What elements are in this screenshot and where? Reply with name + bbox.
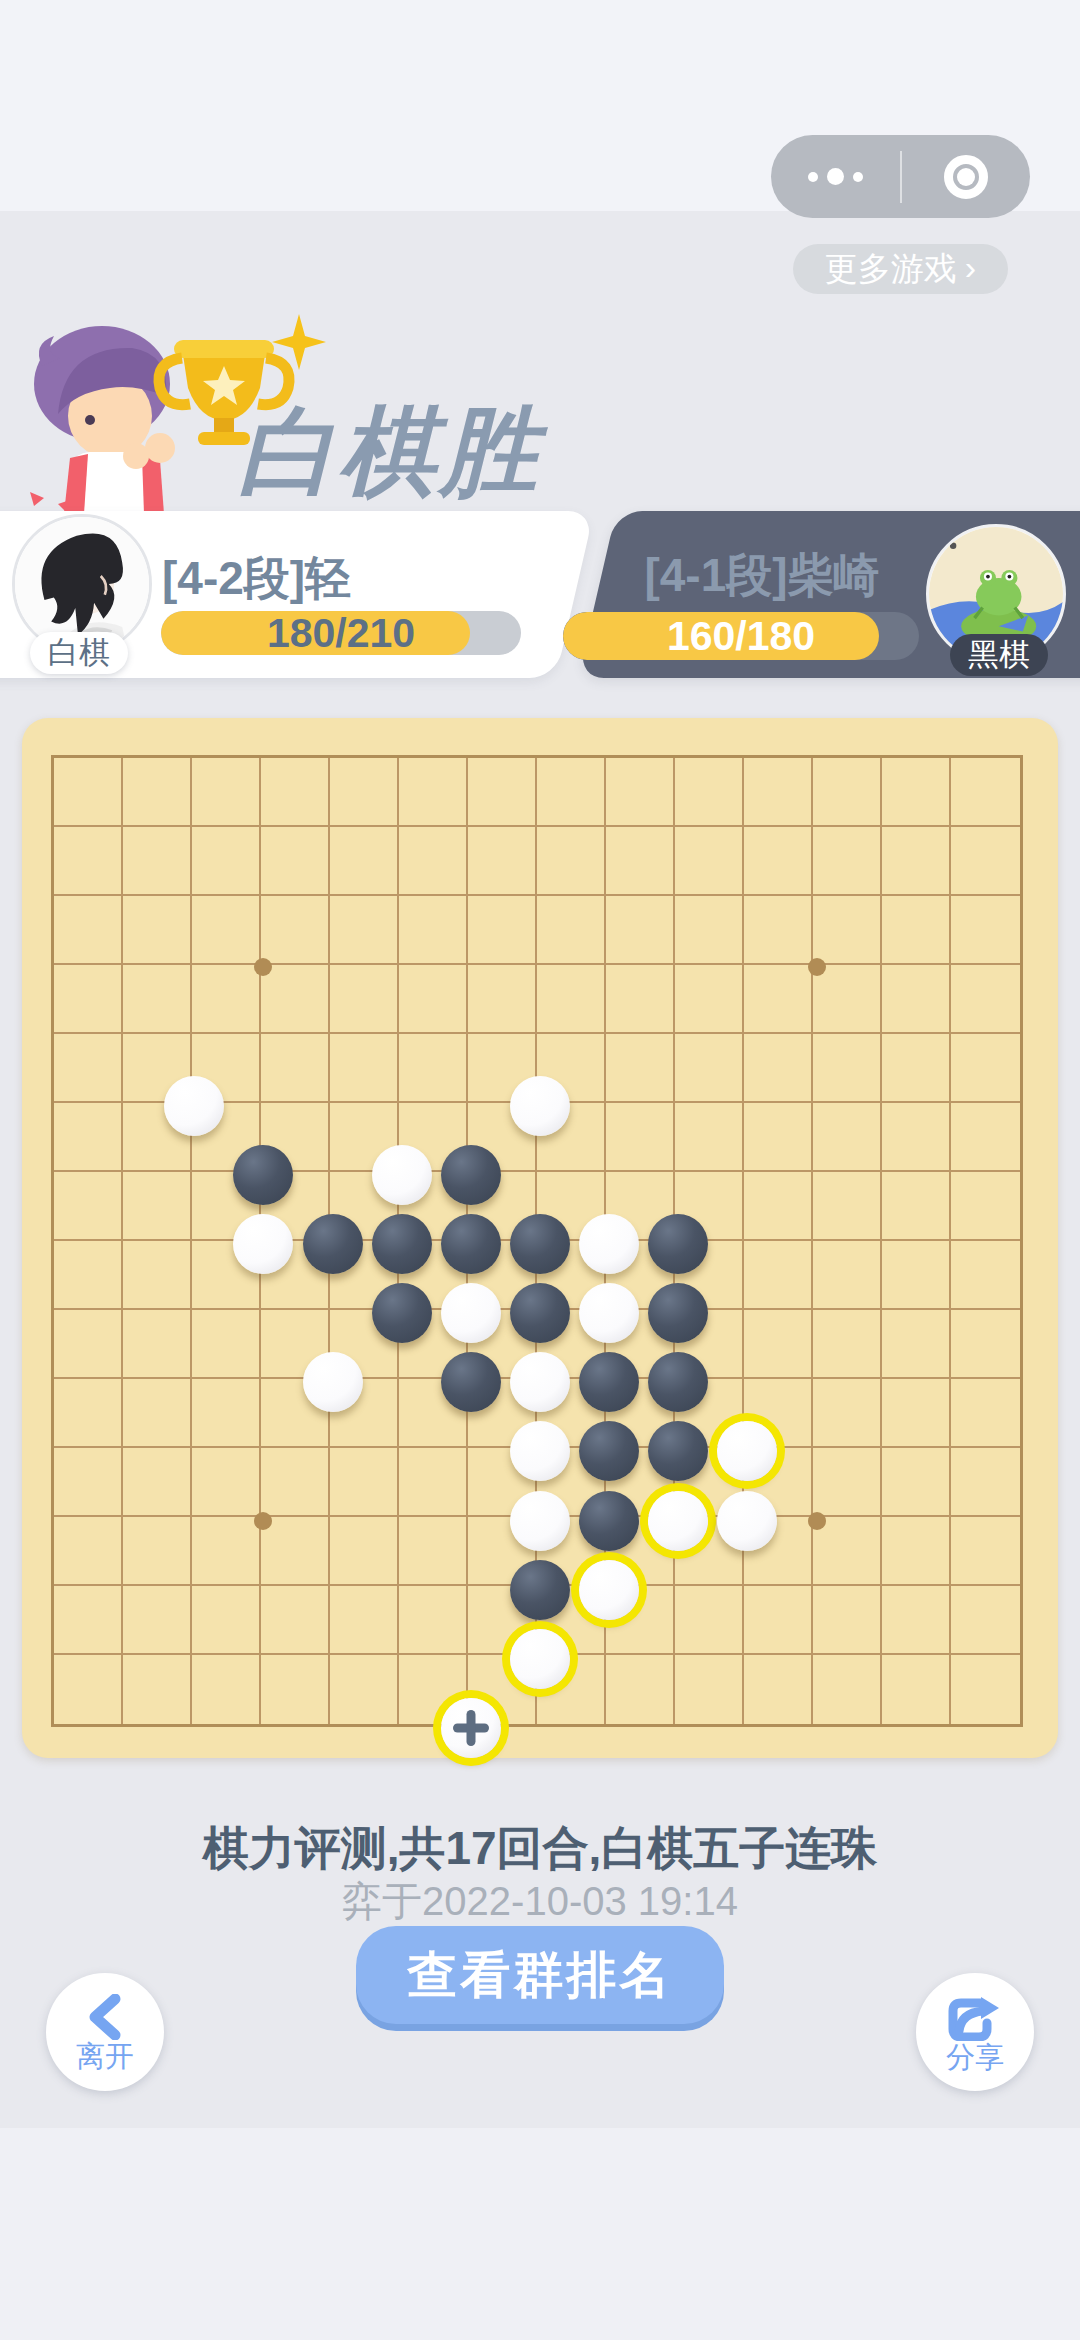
board-cell <box>123 1172 192 1241</box>
black-stone <box>648 1214 708 1274</box>
board-cell <box>813 1586 882 1655</box>
board-cell <box>606 1103 675 1172</box>
board-cell <box>882 1517 951 1586</box>
board-cell <box>813 758 882 827</box>
chevron-left-icon <box>85 1994 125 2040</box>
board-cell <box>813 965 882 1034</box>
board-cell <box>606 896 675 965</box>
board-cell <box>261 758 330 827</box>
board-cell <box>123 1655 192 1724</box>
more-games-button[interactable]: 更多游戏 › <box>793 244 1008 294</box>
board-cell <box>123 827 192 896</box>
board-cell <box>744 1241 813 1310</box>
board-cell <box>54 1103 123 1172</box>
board-cell <box>123 965 192 1034</box>
board-cell <box>744 965 813 1034</box>
board-cell <box>54 1517 123 1586</box>
board-cell <box>468 827 537 896</box>
white-stone <box>164 1076 224 1136</box>
black-progress-bar: 160/180 <box>563 612 919 660</box>
board-cell <box>54 1310 123 1379</box>
black-stone <box>510 1560 570 1620</box>
white-stone <box>510 1076 570 1136</box>
board-cell <box>813 1310 882 1379</box>
board-cell <box>882 1586 951 1655</box>
board-cell <box>951 1655 1020 1724</box>
white-stone <box>510 1421 570 1481</box>
board-cell <box>330 965 399 1034</box>
board-cell <box>537 758 606 827</box>
black-stone <box>372 1214 432 1274</box>
game-date-text: 弈于2022-10-03 19:14 <box>0 1874 1080 1929</box>
board-cell <box>261 1586 330 1655</box>
board-cell <box>882 1103 951 1172</box>
view-group-ranking-button[interactable]: 查看群排名 <box>356 1926 724 2024</box>
board-cell <box>54 827 123 896</box>
board-cell <box>951 1172 1020 1241</box>
board-cell <box>675 1103 744 1172</box>
board-cell <box>606 965 675 1034</box>
board-cell <box>882 1310 951 1379</box>
board-cell <box>813 1448 882 1517</box>
board-cell <box>399 1517 468 1586</box>
white-stone <box>510 1491 570 1551</box>
board-cell <box>192 758 261 827</box>
star-point <box>808 1512 826 1530</box>
ellipsis-icon <box>808 172 818 182</box>
board-cell <box>468 758 537 827</box>
black-score: 160/180 <box>563 612 919 660</box>
board-cell <box>813 1379 882 1448</box>
board-cell <box>399 1586 468 1655</box>
board-cell <box>813 1655 882 1724</box>
board-cell <box>54 1448 123 1517</box>
board-cell <box>192 1448 261 1517</box>
black-stone <box>579 1352 639 1412</box>
black-player-name: [4-1段]柴崎 <box>597 545 927 607</box>
white-score: 180/210 <box>161 611 521 655</box>
board-cell <box>123 1586 192 1655</box>
board-cell <box>399 1448 468 1517</box>
board-cell <box>675 1586 744 1655</box>
board-cell <box>744 758 813 827</box>
board-cell <box>192 896 261 965</box>
board-cell <box>330 1517 399 1586</box>
board-cell <box>951 965 1020 1034</box>
board-cell <box>813 1241 882 1310</box>
board-cell <box>882 1034 951 1103</box>
board-cell <box>675 1655 744 1724</box>
board-cell <box>192 1586 261 1655</box>
board-cell <box>882 896 951 965</box>
board-cell <box>675 827 744 896</box>
leave-label: 离开 <box>76 2042 134 2071</box>
board-cell <box>813 1172 882 1241</box>
board-cell <box>123 758 192 827</box>
board-cell <box>261 1517 330 1586</box>
board-cell <box>813 896 882 965</box>
footer-background <box>0 2128 1080 2340</box>
board-cell <box>330 827 399 896</box>
board-cell <box>744 1172 813 1241</box>
board-cell <box>951 1310 1020 1379</box>
board-cell <box>54 1379 123 1448</box>
board-cell <box>399 1034 468 1103</box>
board-cell <box>123 896 192 965</box>
black-stone <box>372 1283 432 1343</box>
white-stone <box>579 1214 639 1274</box>
white-player-name: [4-2段]轻 <box>162 548 351 610</box>
board-cell <box>813 827 882 896</box>
board-cell <box>675 758 744 827</box>
board-cell <box>54 965 123 1034</box>
board-cell <box>744 1103 813 1172</box>
board-cell <box>537 827 606 896</box>
board-cell <box>54 1034 123 1103</box>
white-stone <box>510 1629 570 1689</box>
board-cell <box>882 1172 951 1241</box>
black-stone <box>441 1214 501 1274</box>
white-stone <box>441 1283 501 1343</box>
board-cell <box>606 827 675 896</box>
board-cell <box>123 1241 192 1310</box>
board-cell <box>744 827 813 896</box>
board-cell <box>951 1034 1020 1103</box>
board-cell <box>330 758 399 827</box>
board-cell <box>192 827 261 896</box>
star-point <box>254 1512 272 1530</box>
board-cell <box>261 896 330 965</box>
board-cell <box>882 1379 951 1448</box>
black-stone <box>233 1145 293 1205</box>
board-cell <box>882 758 951 827</box>
board-cell <box>744 1310 813 1379</box>
board-cell <box>882 1655 951 1724</box>
game-summary-text: 棋力评测,共17回合,白棋五子连珠 <box>0 1818 1080 1880</box>
board-cell <box>192 965 261 1034</box>
white-stone <box>303 1352 363 1412</box>
board-cell <box>54 1655 123 1724</box>
board-cell <box>192 1379 261 1448</box>
black-stone <box>441 1352 501 1412</box>
board-cell <box>537 965 606 1034</box>
board-cell <box>744 1586 813 1655</box>
result-title: 白棋胜 <box>238 388 541 519</box>
board-cell <box>951 1517 1020 1586</box>
board-cell <box>399 965 468 1034</box>
white-stone <box>579 1560 639 1620</box>
view-group-ranking-label: 查看群排名 <box>408 1942 673 2009</box>
board-cell <box>675 1034 744 1103</box>
board-cell <box>951 896 1020 965</box>
black-stone <box>510 1214 570 1274</box>
board-cell <box>951 758 1020 827</box>
board-cell <box>330 1586 399 1655</box>
board-cell <box>951 1103 1020 1172</box>
white-stone <box>717 1491 777 1551</box>
board-cell <box>123 1310 192 1379</box>
last-move-marker <box>466 1710 475 1746</box>
board-grid <box>51 755 1023 1727</box>
share-icon <box>947 1993 1003 2041</box>
board-cell <box>192 1655 261 1724</box>
chevron-right-icon: › <box>965 250 976 284</box>
white-side-label: 白棋 <box>30 632 128 674</box>
white-stone <box>648 1491 708 1551</box>
board-cell <box>951 1241 1020 1310</box>
board-cell <box>882 965 951 1034</box>
board-cell <box>261 1655 330 1724</box>
black-stone <box>579 1491 639 1551</box>
more-options-button[interactable] <box>771 135 900 218</box>
board-cell <box>606 1034 675 1103</box>
board-cell <box>54 1586 123 1655</box>
board-cell <box>192 1517 261 1586</box>
ellipsis-icon <box>827 168 844 185</box>
share-label: 分享 <box>946 2043 1004 2072</box>
board-cell <box>744 1655 813 1724</box>
black-stone <box>510 1283 570 1343</box>
board-cell <box>123 1517 192 1586</box>
share-button[interactable]: 分享 <box>916 1973 1034 2091</box>
board-cell <box>606 758 675 827</box>
board-cell <box>261 827 330 896</box>
close-minimize-button[interactable] <box>902 135 1031 218</box>
board-cell <box>330 1034 399 1103</box>
board-cell <box>951 1586 1020 1655</box>
board-cell <box>951 827 1020 896</box>
leave-button[interactable]: 离开 <box>46 1973 164 2091</box>
white-stone <box>510 1352 570 1412</box>
board-cell <box>882 1241 951 1310</box>
board-cell <box>951 1448 1020 1517</box>
star-point <box>808 958 826 976</box>
board-cell <box>399 758 468 827</box>
more-games-label: 更多游戏 <box>825 247 957 292</box>
board-cell <box>675 896 744 965</box>
board-cell <box>744 1034 813 1103</box>
white-stone <box>579 1283 639 1343</box>
board-cell <box>330 1448 399 1517</box>
board-cell <box>54 1241 123 1310</box>
board-cell <box>468 896 537 965</box>
board-cell <box>54 1172 123 1241</box>
board-cell <box>882 1448 951 1517</box>
board-cell <box>192 1310 261 1379</box>
black-stone <box>648 1283 708 1343</box>
board-cell <box>123 1448 192 1517</box>
board-cell <box>399 896 468 965</box>
board-cell <box>468 965 537 1034</box>
home-circle-icon <box>944 155 988 199</box>
ellipsis-icon <box>853 172 863 182</box>
board-cell <box>261 1448 330 1517</box>
board-cell <box>261 1034 330 1103</box>
board-cell <box>813 1034 882 1103</box>
wechat-capsule <box>771 135 1030 218</box>
board-cell <box>537 896 606 965</box>
board-cell <box>813 1103 882 1172</box>
white-stone <box>441 1698 501 1758</box>
white-progress-bar: 180/210 <box>161 611 521 655</box>
white-stone <box>233 1214 293 1274</box>
board-cell <box>675 965 744 1034</box>
board-cell <box>744 896 813 965</box>
board-cell <box>54 896 123 965</box>
black-side-label: 黑棋 <box>950 634 1048 676</box>
board-cell <box>882 827 951 896</box>
board-cell <box>951 1379 1020 1448</box>
black-stone <box>441 1145 501 1205</box>
board-cell <box>399 827 468 896</box>
board-cell <box>261 965 330 1034</box>
black-stone <box>303 1214 363 1274</box>
board-cell <box>330 896 399 965</box>
white-stone <box>372 1145 432 1205</box>
board-cell <box>54 758 123 827</box>
board-cell <box>330 1655 399 1724</box>
gomoku-board <box>22 718 1058 1758</box>
board-cell <box>123 1379 192 1448</box>
board-cell <box>606 1655 675 1724</box>
